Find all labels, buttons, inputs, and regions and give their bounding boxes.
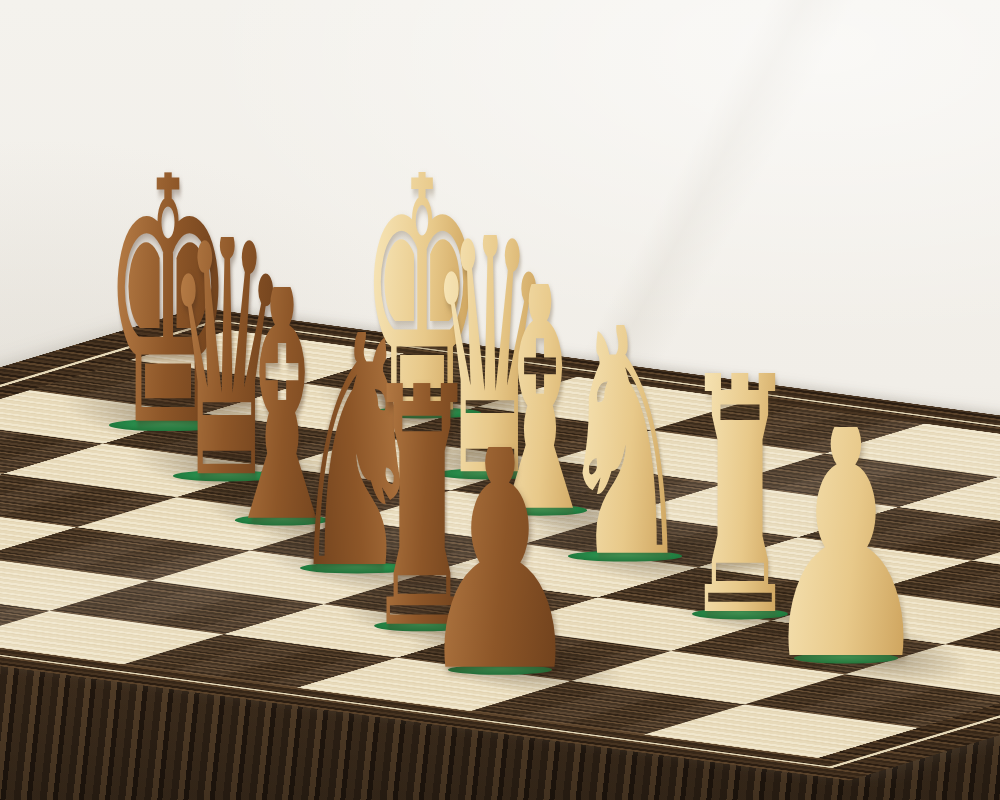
piece-white-pawn-g2[interactable]: ♟ (760, 427, 932, 660)
piece-black-pawn-f1[interactable]: ♟ (417, 447, 583, 672)
pieces-layer: ♚♚♛♛♝♝♞♞♜♜♟♟ (0, 0, 1000, 800)
